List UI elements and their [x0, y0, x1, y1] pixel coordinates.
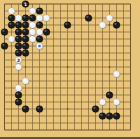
black-stone	[64, 22, 71, 29]
stone-highlight	[16, 16, 18, 18]
stone-highlight	[37, 9, 39, 11]
stone-highlight	[23, 79, 25, 81]
stone-highlight	[23, 44, 25, 46]
black-stone	[113, 113, 120, 120]
black-stone	[22, 15, 29, 22]
black-stone	[113, 22, 120, 29]
white-stone	[29, 8, 36, 15]
white-stone	[29, 36, 36, 43]
white-stone	[15, 15, 22, 22]
white-stone	[99, 22, 106, 29]
stone-highlight	[23, 107, 25, 109]
black-stone	[15, 36, 22, 43]
stone-highlight	[114, 100, 116, 102]
star-point	[25, 66, 27, 68]
stone-highlight	[86, 16, 88, 18]
stone-highlight	[100, 114, 102, 116]
window-bottom-edge	[0, 137, 140, 139]
white-stone	[113, 71, 120, 78]
stone-highlight	[23, 51, 25, 53]
black-stone	[92, 106, 99, 113]
stone-highlight	[44, 16, 46, 18]
last-move-dot-marker	[38, 45, 41, 48]
black-stone	[15, 50, 22, 57]
black-stone	[29, 15, 36, 22]
stone-highlight	[9, 9, 11, 11]
stone-highlight	[9, 37, 11, 39]
stone-highlight	[114, 72, 116, 74]
black-stone	[36, 8, 43, 15]
stone-highlight	[114, 23, 116, 25]
star-point	[109, 24, 111, 26]
go-board-grid: 12	[0, 0, 140, 139]
white-stone	[29, 22, 36, 29]
white-stone	[36, 29, 43, 36]
white-stone	[36, 15, 43, 22]
stone-highlight	[16, 44, 18, 46]
stone-highlight	[37, 37, 39, 39]
stone-highlight	[16, 65, 18, 67]
stone-highlight	[100, 100, 102, 102]
stone-highlight	[37, 30, 39, 32]
black-stone	[85, 15, 92, 22]
black-stone	[36, 22, 43, 29]
stone-highlight	[30, 23, 32, 25]
black-stone	[36, 106, 43, 113]
stone-highlight	[16, 30, 18, 32]
black-stone	[99, 113, 106, 120]
white-stone	[15, 85, 22, 92]
stone-highlight	[30, 37, 32, 39]
stone-highlight	[107, 93, 109, 95]
black-stone	[22, 106, 29, 113]
black-stone	[15, 22, 22, 29]
white-stone	[22, 78, 29, 85]
stone-highlight	[30, 30, 32, 32]
stone-highlight	[107, 16, 109, 18]
black-stone	[15, 92, 22, 99]
stone-highlight	[93, 107, 95, 109]
black-stone	[22, 36, 29, 43]
black-stone	[106, 113, 113, 120]
stone-highlight	[9, 16, 11, 18]
go-board[interactable]: 12	[0, 0, 140, 139]
stone-highlight	[114, 114, 116, 116]
black-stone	[36, 36, 43, 43]
star-point	[109, 108, 111, 110]
black-stone	[43, 29, 50, 36]
stone-highlight	[16, 93, 18, 95]
white-stone	[106, 15, 113, 22]
stone-highlight	[23, 30, 25, 32]
stone-highlight	[16, 37, 18, 39]
stone-highlight	[37, 107, 39, 109]
stone-highlight	[44, 30, 46, 32]
black-stone	[15, 29, 22, 36]
white-stone	[8, 36, 15, 43]
move-number-marker: 1	[24, 2, 27, 7]
stone-highlight	[30, 9, 32, 11]
stone-highlight	[16, 23, 18, 25]
stone-highlight	[37, 16, 39, 18]
stone-highlight	[9, 23, 11, 25]
black-stone	[106, 92, 113, 99]
white-stone	[29, 29, 36, 36]
black-stone	[15, 99, 22, 106]
black-stone	[22, 43, 29, 50]
black-stone	[22, 29, 29, 36]
stone-highlight	[2, 44, 4, 46]
stone-highlight	[16, 51, 18, 53]
star-point	[109, 66, 111, 68]
white-stone	[43, 15, 50, 22]
stone-highlight	[23, 23, 25, 25]
black-stone	[15, 43, 22, 50]
star-point	[67, 108, 69, 110]
stone-highlight	[16, 86, 18, 88]
white-stone	[113, 99, 120, 106]
black-stone	[1, 29, 8, 36]
move-number-marker: 2	[17, 58, 20, 63]
black-stone	[1, 43, 8, 50]
star-point	[67, 66, 69, 68]
black-stone	[22, 22, 29, 29]
stone-highlight	[23, 16, 25, 18]
white-stone	[99, 99, 106, 106]
stone-highlight	[65, 23, 67, 25]
stone-highlight	[37, 23, 39, 25]
stone-highlight	[2, 30, 4, 32]
stone-highlight	[100, 23, 102, 25]
stone-highlight	[107, 114, 109, 116]
white-stone	[8, 8, 15, 15]
stone-highlight	[16, 100, 18, 102]
stone-highlight	[30, 16, 32, 18]
black-stone	[8, 15, 15, 22]
black-stone	[8, 22, 15, 29]
stone-highlight	[23, 37, 25, 39]
white-stone	[15, 64, 22, 71]
black-stone	[22, 50, 29, 57]
